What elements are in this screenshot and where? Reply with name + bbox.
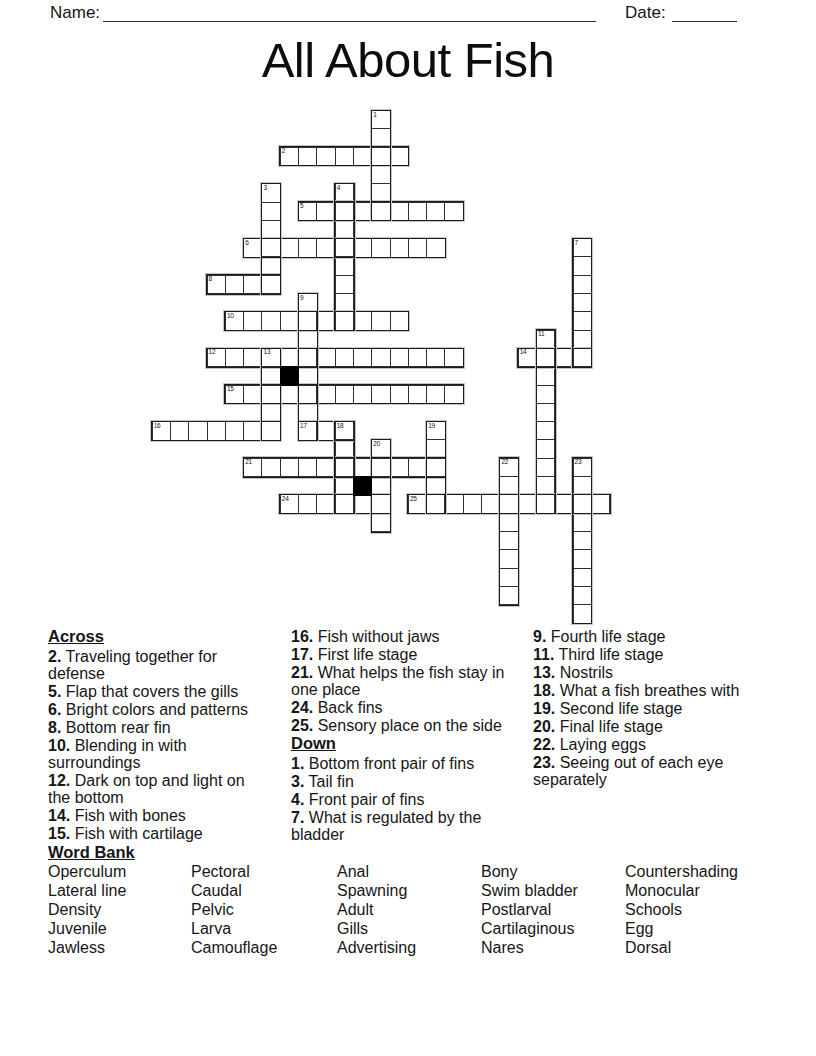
grid-cell[interactable]: [280, 458, 300, 478]
grid-cell[interactable]: [335, 476, 355, 496]
grid-cell[interactable]: [298, 458, 318, 478]
grid-cell[interactable]: [225, 275, 245, 295]
grid-cell[interactable]: [371, 385, 391, 405]
grid-cell[interactable]: [298, 330, 318, 350]
grid-cell[interactable]: [316, 202, 336, 222]
grid-cell[interactable]: [371, 202, 391, 222]
black-cell: [353, 476, 373, 496]
word-bank-column: AnalSpawningAdultGillsAdvertising: [337, 862, 416, 957]
grid-cell[interactable]: [243, 311, 263, 331]
word-bank-column: BonySwim bladderPostlarvalCartilaginousN…: [481, 862, 578, 957]
word-bank-item: Advertising: [337, 938, 416, 957]
grid-cell[interactable]: [353, 147, 373, 167]
clue-down-4: 4. Front pair of fins: [291, 791, 526, 808]
grid-cell[interactable]: [280, 238, 300, 258]
clue-down-23: 23. Seeing out of each eye separately: [533, 754, 781, 788]
grid-cell[interactable]: [353, 348, 373, 368]
grid-cell[interactable]: [573, 568, 593, 588]
clue-across-12: 12. Dark on top and light on the bottom: [48, 772, 258, 806]
grid-cell[interactable]: [335, 439, 355, 459]
grid-cell[interactable]: [335, 275, 355, 295]
grid-cell[interactable]: [243, 458, 263, 478]
grid-cell[interactable]: [573, 531, 593, 551]
grid-cell[interactable]: [298, 147, 318, 167]
grid-cell[interactable]: [499, 531, 519, 551]
grid-cell[interactable]: [499, 586, 519, 606]
word-bank-item: Pelvic: [191, 900, 277, 919]
grid-cell[interactable]: [481, 494, 501, 514]
grid-cell[interactable]: [390, 458, 410, 478]
grid-cell[interactable]: [444, 494, 464, 514]
grid-cell[interactable]: [207, 275, 227, 295]
clue-across-6: 6. Bright colors and patterns: [48, 701, 258, 718]
grid-cell[interactable]: [225, 348, 245, 368]
grid-cell[interactable]: [371, 513, 391, 533]
clue-down-7: 7. What is regulated by the bladder: [291, 809, 526, 843]
word-bank-item: Countershading: [625, 862, 738, 881]
clue-column-middle: 16. Fish without jaws17. First life stag…: [291, 628, 526, 844]
clue-number: 22.: [533, 736, 555, 753]
grid-cell[interactable]: [243, 385, 263, 405]
grid-cell[interactable]: [188, 421, 208, 441]
grid-cell[interactable]: [298, 403, 318, 423]
grid-cell[interactable]: [298, 238, 318, 258]
grid-cell[interactable]: [280, 311, 300, 331]
clue-number: 17.: [291, 646, 313, 663]
grid-cell[interactable]: [573, 513, 593, 533]
grid-cell[interactable]: [335, 202, 355, 222]
grid-cell[interactable]: [444, 348, 464, 368]
clue-number: 12.: [48, 772, 70, 789]
grid-cell[interactable]: [536, 330, 556, 350]
clue-down-22: 22. Laying eggs: [533, 736, 781, 753]
clue-number: 20.: [533, 718, 555, 735]
word-bank-item: Nares: [481, 938, 578, 957]
clue-number: 3.: [291, 773, 304, 790]
grid-cell[interactable]: [335, 311, 355, 331]
grid-cell[interactable]: [408, 385, 428, 405]
grid-cell[interactable]: [573, 348, 593, 368]
grid-cell[interactable]: [316, 348, 336, 368]
grid-cell[interactable]: [573, 458, 593, 478]
grid-cell[interactable]: [426, 202, 446, 222]
grid-cell[interactable]: [573, 311, 593, 331]
clue-number: 2.: [48, 648, 61, 665]
grid-cell[interactable]: [225, 311, 245, 331]
grid-cell[interactable]: [261, 311, 281, 331]
clue-number: 1.: [291, 755, 304, 772]
grid-cell[interactable]: [335, 147, 355, 167]
word-bank-item: Spawning: [337, 881, 416, 900]
grid-cell[interactable]: [335, 183, 355, 203]
grid-cell[interactable]: [408, 202, 428, 222]
grid-cell[interactable]: [536, 439, 556, 459]
grid-cell[interactable]: [298, 385, 318, 405]
grid-cell[interactable]: [408, 494, 428, 514]
grid-cell[interactable]: [335, 385, 355, 405]
grid-cell[interactable]: [280, 494, 300, 514]
grid-cell[interactable]: [408, 348, 428, 368]
grid-cell[interactable]: [335, 348, 355, 368]
grid-cell[interactable]: [390, 348, 410, 368]
grid-cell[interactable]: [280, 385, 300, 405]
grid-cell[interactable]: [207, 421, 227, 441]
grid-cell[interactable]: [371, 494, 391, 514]
name-fill-in-line[interactable]: [103, 4, 596, 22]
grid-cell[interactable]: [444, 202, 464, 222]
grid-cell[interactable]: [335, 238, 355, 258]
across-heading: Across: [48, 628, 258, 645]
grid-cell[interactable]: [298, 311, 318, 331]
word-bank-item: Lateral line: [48, 881, 126, 900]
word-bank-item: Larva: [191, 919, 277, 938]
grid-cell[interactable]: [444, 385, 464, 405]
word-bank-item: Camouflage: [191, 938, 277, 957]
clue-down-1: 1. Bottom front pair of fins: [291, 755, 526, 772]
grid-cell[interactable]: [573, 238, 593, 258]
word-bank-item: Adult: [337, 900, 416, 919]
clue-across-2: 2. Traveling together for defense: [48, 648, 258, 682]
grid-cell[interactable]: [261, 403, 281, 423]
grid-cell[interactable]: [316, 421, 336, 441]
black-cell: [280, 366, 300, 386]
clue-across-25: 25. Sensory place on the side: [291, 717, 526, 734]
grid-cell[interactable]: [390, 147, 410, 167]
grid-cell[interactable]: [536, 385, 556, 405]
grid-cell[interactable]: [573, 549, 593, 569]
word-bank: OperculumLateral lineDensityJuvenileJawl…: [48, 862, 788, 962]
grid-cell[interactable]: [353, 202, 373, 222]
grid-cell[interactable]: [353, 385, 373, 405]
clue-across-21: 21. What helps the fish stay in one plac…: [291, 664, 526, 698]
clue-number: 8.: [48, 719, 61, 736]
grid-cell[interactable]: [426, 385, 446, 405]
clue-number: 5.: [48, 683, 61, 700]
grid-cell[interactable]: [499, 549, 519, 569]
grid-cell[interactable]: [573, 330, 593, 350]
grid-cell[interactable]: [298, 494, 318, 514]
word-bank-item: Pectoral: [191, 862, 277, 881]
grid-cell[interactable]: [573, 476, 593, 496]
grid-cell[interactable]: [536, 458, 556, 478]
grid-cell[interactable]: [243, 275, 263, 295]
clue-across-24: 24. Back fins: [291, 699, 526, 716]
grid-cell[interactable]: [573, 586, 593, 606]
grid-cell[interactable]: [280, 147, 300, 167]
grid-cell[interactable]: [316, 311, 336, 331]
grid-cell[interactable]: [463, 494, 483, 514]
clue-down-19: 19. Second life stage: [533, 700, 781, 717]
grid-cell[interactable]: [426, 458, 446, 478]
word-bank-item: Egg: [625, 919, 738, 938]
clue-number: 15.: [48, 825, 70, 842]
grid-cell[interactable]: [499, 494, 519, 514]
grid-cell[interactable]: [371, 458, 391, 478]
clue-number: 6.: [48, 701, 61, 718]
grid-cell[interactable]: [261, 202, 281, 222]
date-label: Date:: [625, 3, 666, 23]
clue-number: 25.: [291, 717, 313, 734]
crossword-grid: 2568101214151617212425134791113181920222…: [152, 110, 612, 625]
grid-cell[interactable]: [335, 494, 355, 514]
word-bank-item: Cartilaginous: [481, 919, 578, 938]
clue-down-13: 13. Nostrils: [533, 664, 781, 681]
clue-column-down: 9. Fourth life stage11. Third life stage…: [533, 628, 781, 789]
clue-number: 10.: [48, 737, 70, 754]
grid-cell[interactable]: [261, 385, 281, 405]
grid-cell[interactable]: [573, 604, 593, 624]
grid-cell[interactable]: [426, 238, 446, 258]
grid-cell[interactable]: [335, 458, 355, 478]
grid-cell[interactable]: [390, 202, 410, 222]
grid-cell[interactable]: [536, 421, 556, 441]
grid-cell[interactable]: [371, 165, 391, 185]
grid-cell[interactable]: [261, 256, 281, 276]
grid-cell[interactable]: [261, 421, 281, 441]
clue-down-3: 3. Tail fin: [291, 773, 526, 790]
clue-down-11: 11. Third life stage: [533, 646, 781, 663]
grid-cell[interactable]: [499, 568, 519, 588]
word-bank-item: Operculum: [48, 862, 126, 881]
word-bank-column: OperculumLateral lineDensityJuvenileJawl…: [48, 862, 126, 957]
grid-cell[interactable]: [536, 366, 556, 386]
clue-column-across: Across2. Traveling together for defense5…: [48, 628, 258, 843]
name-label: Name:: [50, 3, 100, 23]
word-bank-item: Density: [48, 900, 126, 919]
clue-number: 11.: [533, 646, 554, 663]
grid-cell[interactable]: [573, 494, 593, 514]
grid-cell[interactable]: [353, 238, 373, 258]
grid-cell[interactable]: [408, 238, 428, 258]
grid-cell[interactable]: [536, 403, 556, 423]
clue-number: 18.: [533, 682, 555, 699]
down-heading: Down: [291, 735, 526, 752]
grid-cell[interactable]: [499, 476, 519, 496]
grid-cell[interactable]: [371, 238, 391, 258]
grid-cell[interactable]: [371, 476, 391, 496]
clue-number: 7.: [291, 809, 304, 826]
grid-cell[interactable]: [335, 220, 355, 240]
grid-cell[interactable]: [335, 421, 355, 441]
clue-across-5: 5. Flap that covers the gills: [48, 683, 258, 700]
clue-number: 14.: [48, 807, 70, 824]
word-bank-item: Anal: [337, 862, 416, 881]
grid-cell[interactable]: [353, 311, 373, 331]
clue-number: 4.: [291, 791, 304, 808]
grid-cell[interactable]: [426, 348, 446, 368]
clue-down-9: 9. Fourth life stage: [533, 628, 781, 645]
grid-cell[interactable]: [573, 293, 593, 313]
grid-cell[interactable]: [280, 348, 300, 368]
grid-cell[interactable]: [243, 348, 263, 368]
grid-cell[interactable]: [353, 494, 373, 514]
grid-cell[interactable]: [316, 238, 336, 258]
grid-cell[interactable]: [371, 183, 391, 203]
clue-number: 23.: [533, 754, 555, 771]
clue-number: 24.: [291, 699, 313, 716]
grid-cell[interactable]: [554, 494, 574, 514]
puzzle-title: All About Fish: [0, 34, 816, 88]
grid-cell[interactable]: [536, 476, 556, 496]
grid-cell[interactable]: [499, 458, 519, 478]
clue-number: 19.: [533, 700, 555, 717]
grid-cell[interactable]: [316, 494, 336, 514]
grid-cell[interactable]: [298, 366, 318, 386]
grid-cell[interactable]: [261, 220, 281, 240]
clue-across-14: 14. Fish with bones: [48, 807, 258, 824]
grid-cell[interactable]: [353, 458, 373, 478]
word-bank-item: Jawless: [48, 938, 126, 957]
grid-cell[interactable]: [371, 110, 391, 130]
clue-number: 13.: [533, 664, 555, 681]
grid-cell[interactable]: [243, 421, 263, 441]
grid-cell[interactable]: [261, 183, 281, 203]
grid-cell[interactable]: [261, 238, 281, 258]
grid-cell[interactable]: [554, 348, 574, 368]
grid-cell[interactable]: [408, 458, 428, 478]
grid-cell[interactable]: [573, 275, 593, 295]
grid-cell[interactable]: [261, 458, 281, 478]
clue-across-16: 16. Fish without jaws: [291, 628, 526, 645]
grid-cell[interactable]: [426, 421, 446, 441]
grid-cell[interactable]: [371, 311, 391, 331]
clue-across-17: 17. First life stage: [291, 646, 526, 663]
grid-cell[interactable]: [243, 238, 263, 258]
clue-down-18: 18. What a fish breathes with: [533, 682, 781, 699]
clue-across-15: 15. Fish with cartilage: [48, 825, 258, 842]
word-bank-item: Schools: [625, 900, 738, 919]
word-bank-item: Swim bladder: [481, 881, 578, 900]
word-bank-item: Gills: [337, 919, 416, 938]
word-bank-column: PectoralCaudalPelvicLarvaCamouflage: [191, 862, 277, 957]
grid-cell[interactable]: [225, 421, 245, 441]
grid-cell[interactable]: [316, 458, 336, 478]
word-bank-item: Monocular: [625, 881, 738, 900]
grid-cell[interactable]: [261, 348, 281, 368]
word-bank-item: Bony: [481, 862, 578, 881]
word-bank-item: Postlarval: [481, 900, 578, 919]
grid-cell[interactable]: [536, 348, 556, 368]
grid-cell[interactable]: [335, 256, 355, 276]
word-bank-item: Caudal: [191, 881, 277, 900]
grid-cell[interactable]: [371, 147, 391, 167]
grid-cell[interactable]: [426, 439, 446, 459]
word-bank-item: Dorsal: [625, 938, 738, 957]
clue-across-8: 8. Bottom rear fin: [48, 719, 258, 736]
grid-cell[interactable]: [261, 275, 281, 295]
grid-cell[interactable]: [591, 494, 611, 514]
grid-cell[interactable]: [225, 385, 245, 405]
grid-cell[interactable]: [371, 128, 391, 148]
grid-cell[interactable]: [371, 348, 391, 368]
grid-cell[interactable]: [298, 202, 318, 222]
clue-across-10: 10. Blending in with surroundings: [48, 737, 258, 771]
grid-cell[interactable]: [170, 421, 190, 441]
grid-cell[interactable]: [573, 256, 593, 276]
clue-number: 21.: [291, 664, 313, 681]
grid-cell[interactable]: [298, 293, 318, 313]
grid-cell[interactable]: [261, 366, 281, 386]
grid-cell[interactable]: [152, 421, 172, 441]
word-bank-column: CountershadingMonocularSchoolsEggDorsal: [625, 862, 738, 957]
clue-down-20: 20. Final life stage: [533, 718, 781, 735]
grid-cell[interactable]: [426, 494, 446, 514]
grid-cell[interactable]: [536, 494, 556, 514]
grid-cell[interactable]: [426, 476, 446, 496]
date-fill-in-line[interactable]: [672, 4, 737, 22]
grid-cell[interactable]: [207, 348, 227, 368]
grid-cell[interactable]: [298, 421, 318, 441]
grid-cell[interactable]: [499, 513, 519, 533]
grid-cell[interactable]: [316, 385, 336, 405]
clue-number: 16.: [291, 628, 313, 645]
grid-cell[interactable]: [335, 293, 355, 313]
clue-number: 9.: [533, 628, 546, 645]
grid-cell[interactable]: [390, 238, 410, 258]
grid-cell[interactable]: [371, 439, 391, 459]
word-bank-item: Juvenile: [48, 919, 126, 938]
worksheet-page: Name: Date: All About Fish 2568101214151…: [0, 0, 816, 1056]
grid-cell[interactable]: [316, 147, 336, 167]
grid-cell[interactable]: [518, 348, 538, 368]
grid-cell[interactable]: [390, 385, 410, 405]
grid-cell[interactable]: [298, 348, 318, 368]
grid-cell[interactable]: [518, 494, 538, 514]
grid-cell[interactable]: [390, 311, 410, 331]
word-bank-heading: Word Bank: [48, 843, 135, 862]
